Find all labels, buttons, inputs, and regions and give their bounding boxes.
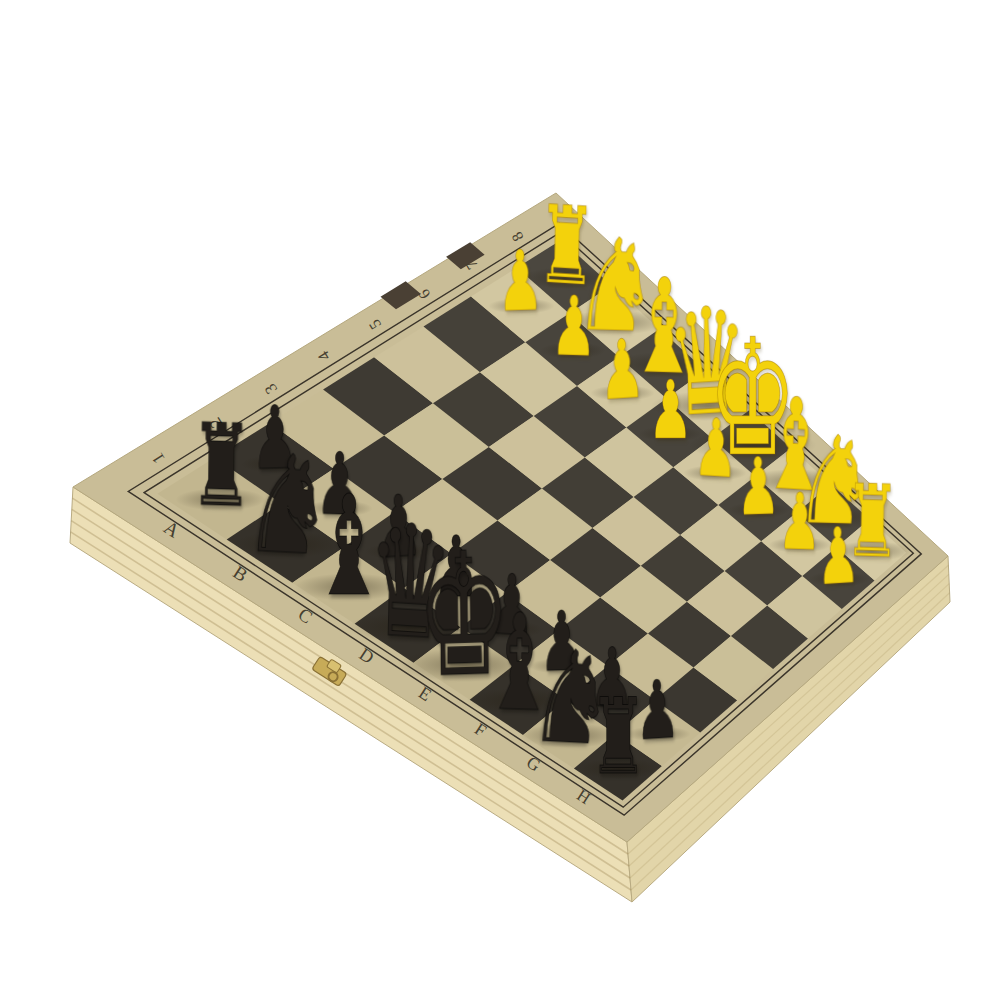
- chess-set-photo: ABCDEFGH12345678 ♜♟♞♟♝♟♛♟♚♟♟♝♜♟♟♞♞♟♜♟♟♝♟…: [0, 0, 1000, 1000]
- chess-board: ABCDEFGH12345678: [0, 0, 1000, 1000]
